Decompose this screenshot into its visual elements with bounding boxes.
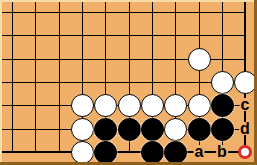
white-stone [164, 94, 187, 117]
black-stone [141, 141, 164, 164]
black-stone [94, 118, 117, 141]
white-stone [188, 48, 211, 71]
black-stone [211, 118, 234, 141]
go-board: cdab [0, 0, 257, 165]
point-label-b: b [216, 145, 228, 158]
point-label-c: c [240, 98, 251, 111]
point-label-a: a [194, 145, 205, 158]
grid-hline [0, 12, 246, 13]
black-stone [211, 94, 234, 117]
grid-hline [0, 82, 246, 83]
frame-bottom [0, 162, 257, 165]
grid-vline [59, 0, 60, 153]
white-stone [211, 71, 234, 94]
white-stone [164, 118, 187, 141]
black-stone [141, 118, 164, 141]
white-stone [141, 94, 164, 117]
white-stone [71, 94, 94, 117]
white-stone [234, 71, 257, 94]
black-stone [164, 141, 187, 164]
white-stone [118, 94, 141, 117]
point-label-d: d [239, 122, 251, 135]
white-stone [71, 141, 94, 164]
board-edge-line-bottom [0, 151, 246, 153]
white-stone [71, 118, 94, 141]
black-stone [94, 141, 117, 164]
black-stone [118, 118, 141, 141]
grid-vline [12, 0, 13, 153]
go-diagram-image: cdab [0, 0, 257, 165]
grid-vline [35, 0, 36, 153]
white-stone [94, 94, 117, 117]
grid-hline [0, 35, 246, 36]
white-stone [188, 94, 211, 117]
black-stone [188, 118, 211, 141]
marked-point-circle [238, 145, 252, 159]
